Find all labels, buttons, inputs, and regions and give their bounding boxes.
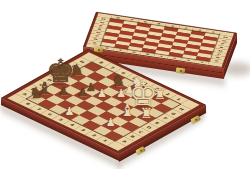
chess-set-photo: 87654321HHGGFFEEDDCCBBAA87654321 8765432… bbox=[0, 0, 250, 169]
